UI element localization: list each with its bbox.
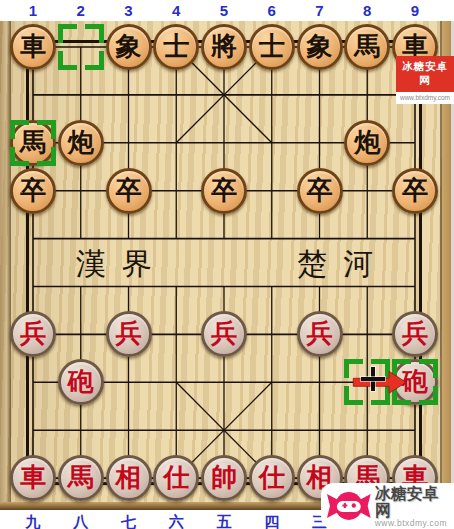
watermark-top-url: www.btxdmy.com xyxy=(396,92,454,104)
top-coord-1: 1 xyxy=(21,2,45,19)
watermark-top: 冰糖安卓网 www.btxdmy.com xyxy=(396,56,454,104)
bottom-coord-1: 九 xyxy=(21,513,45,529)
top-coordinate-labels: 123456789 xyxy=(0,0,454,21)
bottom-coord-3: 七 xyxy=(117,513,141,529)
watermark-top-title: 冰糖安卓网 xyxy=(396,56,454,92)
top-coord-9: 9 xyxy=(403,2,427,19)
watermark-bottom-url: www.btxdmy.com xyxy=(375,519,454,528)
top-coord-5: 5 xyxy=(212,2,236,19)
top-coord-6: 6 xyxy=(260,2,284,19)
top-coord-8: 8 xyxy=(355,2,379,19)
top-coord-2: 2 xyxy=(69,2,93,19)
watermark-bottom-title: 冰糖安卓网 xyxy=(375,485,454,519)
top-coord-3: 3 xyxy=(117,2,141,19)
bottom-coord-5: 五 xyxy=(212,513,236,529)
bottom-coord-2: 八 xyxy=(69,513,93,529)
xiangqi-board[interactable]: 漢界 楚河 車象士將士象馬車馬炮炮卒卒卒卒卒兵兵兵兵兵砲砲車馬相仕帥仕相馬車 xyxy=(0,21,454,510)
xiangqi-app: 123456789 漢界 楚河 車象士將士象馬車馬炮炮卒卒卒卒卒兵兵兵兵兵砲砲車… xyxy=(0,0,454,529)
candy-logo-icon xyxy=(326,488,372,524)
move-arrow-icon xyxy=(0,21,454,510)
watermark-bottom: 冰糖安卓网 www.btxdmy.com xyxy=(321,483,454,529)
top-coord-7: 7 xyxy=(308,2,332,19)
top-coord-4: 4 xyxy=(164,2,188,19)
bottom-coord-4: 六 xyxy=(164,513,188,529)
crosshair-cursor-icon xyxy=(361,367,385,391)
bottom-coord-6: 四 xyxy=(260,513,284,529)
